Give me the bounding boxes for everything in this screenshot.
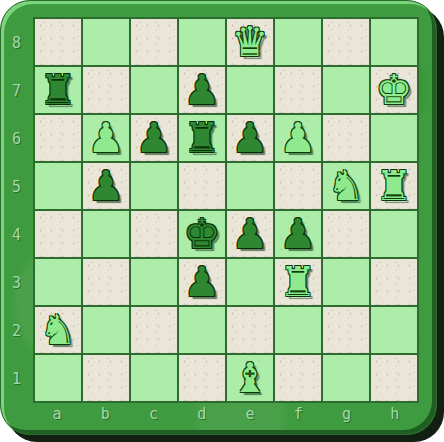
square-a3[interactable] bbox=[35, 259, 81, 305]
piece-black-rook-d6: ♜ bbox=[184, 115, 221, 161]
rank-label-2: 2 bbox=[0, 307, 33, 355]
piece-white-knight-g5: ♞ bbox=[328, 163, 365, 209]
file-label-h: h bbox=[371, 405, 419, 423]
square-b7[interactable] bbox=[83, 67, 129, 113]
rank-label-3: 3 bbox=[0, 259, 33, 307]
square-g2[interactable] bbox=[323, 307, 369, 353]
square-h4[interactable] bbox=[371, 211, 417, 257]
square-c6[interactable]: ♟ bbox=[131, 115, 177, 161]
piece-white-queen-e8: ♛ bbox=[232, 19, 269, 65]
rank-labels: 87654321 bbox=[0, 19, 33, 403]
square-b2[interactable] bbox=[83, 307, 129, 353]
piece-white-pawn-f6: ♟ bbox=[280, 115, 317, 161]
square-e5[interactable] bbox=[227, 163, 273, 209]
piece-black-pawn-c6: ♟ bbox=[136, 115, 173, 161]
square-f3[interactable]: ♜ bbox=[275, 259, 321, 305]
square-c5[interactable] bbox=[131, 163, 177, 209]
chess-board: ♛♜♟♚♟♟♜♟♟♟♞♜♚♟♟♟♜♞♝ bbox=[33, 17, 419, 403]
file-label-g: g bbox=[323, 405, 371, 423]
rank-label-8: 8 bbox=[0, 19, 33, 67]
square-d3[interactable]: ♟ bbox=[179, 259, 225, 305]
square-e1[interactable]: ♝ bbox=[227, 355, 273, 401]
piece-black-pawn-b5: ♟ bbox=[88, 163, 125, 209]
square-f8[interactable] bbox=[275, 19, 321, 65]
square-d1[interactable] bbox=[179, 355, 225, 401]
piece-white-bishop-e1: ♝ bbox=[232, 355, 269, 401]
square-b5[interactable]: ♟ bbox=[83, 163, 129, 209]
square-b1[interactable] bbox=[83, 355, 129, 401]
piece-white-pawn-b6: ♟ bbox=[88, 115, 125, 161]
file-label-c: c bbox=[130, 405, 178, 423]
square-a2[interactable]: ♞ bbox=[35, 307, 81, 353]
square-c4[interactable] bbox=[131, 211, 177, 257]
square-g3[interactable] bbox=[323, 259, 369, 305]
square-a8[interactable] bbox=[35, 19, 81, 65]
rank-label-1: 1 bbox=[0, 355, 33, 403]
square-a7[interactable]: ♜ bbox=[35, 67, 81, 113]
square-d7[interactable]: ♟ bbox=[179, 67, 225, 113]
square-c1[interactable] bbox=[131, 355, 177, 401]
square-b4[interactable] bbox=[83, 211, 129, 257]
square-g4[interactable] bbox=[323, 211, 369, 257]
square-h7[interactable]: ♚ bbox=[371, 67, 417, 113]
square-g5[interactable]: ♞ bbox=[323, 163, 369, 209]
square-f2[interactable] bbox=[275, 307, 321, 353]
file-label-e: e bbox=[226, 405, 274, 423]
square-c8[interactable] bbox=[131, 19, 177, 65]
piece-white-king-h7: ♚ bbox=[376, 67, 413, 113]
piece-white-rook-f3: ♜ bbox=[280, 259, 317, 305]
piece-black-pawn-f4: ♟ bbox=[280, 211, 317, 257]
rank-label-4: 4 bbox=[0, 211, 33, 259]
square-h6[interactable] bbox=[371, 115, 417, 161]
file-labels: abcdefgh bbox=[33, 402, 419, 426]
square-e3[interactable] bbox=[227, 259, 273, 305]
square-f1[interactable] bbox=[275, 355, 321, 401]
square-b3[interactable] bbox=[83, 259, 129, 305]
piece-white-knight-a2: ♞ bbox=[40, 307, 77, 353]
square-d8[interactable] bbox=[179, 19, 225, 65]
square-g6[interactable] bbox=[323, 115, 369, 161]
square-h2[interactable] bbox=[371, 307, 417, 353]
square-a5[interactable] bbox=[35, 163, 81, 209]
file-label-a: a bbox=[33, 405, 81, 423]
square-a6[interactable] bbox=[35, 115, 81, 161]
square-e7[interactable] bbox=[227, 67, 273, 113]
square-h8[interactable] bbox=[371, 19, 417, 65]
square-d6[interactable]: ♜ bbox=[179, 115, 225, 161]
square-d2[interactable] bbox=[179, 307, 225, 353]
square-c3[interactable] bbox=[131, 259, 177, 305]
piece-black-pawn-d7: ♟ bbox=[184, 67, 221, 113]
rank-label-6: 6 bbox=[0, 115, 33, 163]
square-c2[interactable] bbox=[131, 307, 177, 353]
piece-black-rook-a7: ♜ bbox=[40, 67, 77, 113]
square-f4[interactable]: ♟ bbox=[275, 211, 321, 257]
file-label-b: b bbox=[81, 405, 129, 423]
piece-white-rook-h5: ♜ bbox=[376, 163, 413, 209]
square-f6[interactable]: ♟ bbox=[275, 115, 321, 161]
square-g1[interactable] bbox=[323, 355, 369, 401]
chess-app-window: 87654321 ♛♜♟♚♟♟♜♟♟♟♞♜♚♟♟♟♜♞♝ abcdefgh bbox=[0, 0, 444, 442]
file-label-d: d bbox=[178, 405, 226, 423]
square-e4[interactable]: ♟ bbox=[227, 211, 273, 257]
square-b6[interactable]: ♟ bbox=[83, 115, 129, 161]
square-d5[interactable] bbox=[179, 163, 225, 209]
square-d4[interactable]: ♚ bbox=[179, 211, 225, 257]
square-g8[interactable] bbox=[323, 19, 369, 65]
square-f5[interactable] bbox=[275, 163, 321, 209]
square-h1[interactable] bbox=[371, 355, 417, 401]
square-g7[interactable] bbox=[323, 67, 369, 113]
piece-black-king-d4: ♚ bbox=[184, 211, 221, 257]
piece-black-pawn-e4: ♟ bbox=[232, 211, 269, 257]
square-b8[interactable] bbox=[83, 19, 129, 65]
piece-black-pawn-e6: ♟ bbox=[232, 115, 269, 161]
piece-black-pawn-d3: ♟ bbox=[184, 259, 221, 305]
square-f7[interactable] bbox=[275, 67, 321, 113]
square-h3[interactable] bbox=[371, 259, 417, 305]
square-c7[interactable] bbox=[131, 67, 177, 113]
file-label-f: f bbox=[274, 405, 322, 423]
square-a1[interactable] bbox=[35, 355, 81, 401]
square-a4[interactable] bbox=[35, 211, 81, 257]
square-e2[interactable] bbox=[227, 307, 273, 353]
square-e8[interactable]: ♛ bbox=[227, 19, 273, 65]
square-h5[interactable]: ♜ bbox=[371, 163, 417, 209]
rank-label-7: 7 bbox=[0, 67, 33, 115]
rank-label-5: 5 bbox=[0, 163, 33, 211]
square-e6[interactable]: ♟ bbox=[227, 115, 273, 161]
